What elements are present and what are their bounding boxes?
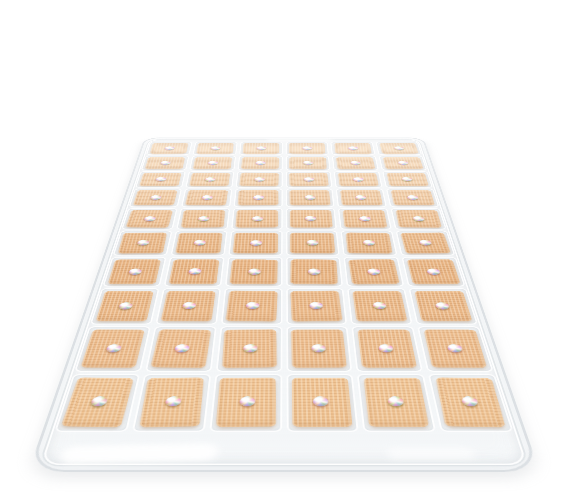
crystal-stud (305, 216, 316, 221)
adhesive-patch (336, 157, 376, 169)
adhesive-patch (292, 378, 353, 427)
ear-seed-cell (333, 156, 377, 169)
ear-seed-cell (177, 209, 228, 229)
adhesive-patch (235, 210, 278, 228)
crystal-stud (302, 146, 312, 150)
adhesive-patch (81, 329, 146, 367)
crystal-stud (208, 161, 219, 165)
adhesive-patch (145, 157, 185, 169)
adhesive-patch (406, 259, 460, 284)
adhesive-patch (241, 157, 279, 169)
crystal-stud (150, 195, 162, 200)
adhesive-patch (238, 190, 279, 206)
ear-seed-cell (238, 156, 281, 169)
adhesive-patch (290, 233, 335, 254)
ear-seed-cell (230, 231, 281, 255)
adhesive-patch (423, 329, 486, 367)
crystal-stud (359, 216, 371, 221)
adhesive-patch (239, 172, 279, 186)
adhesive-patch (379, 143, 418, 154)
adhesive-patch (289, 143, 325, 154)
adhesive-patch (196, 143, 233, 154)
crystal-stud (255, 161, 265, 165)
adhesive-patch (151, 329, 212, 368)
crystal-stud (254, 177, 265, 181)
seed-grid (57, 142, 512, 430)
ear-seed-cell (287, 258, 342, 286)
crystal-stud (406, 195, 418, 200)
ear-seed-cell (335, 172, 381, 187)
adhesive-patch (363, 378, 428, 428)
adhesive-patch (289, 157, 327, 169)
crystal-stud (201, 195, 213, 200)
adhesive-patch (175, 233, 222, 254)
ear-seed-cell (157, 289, 219, 324)
crystal-stud (308, 268, 320, 274)
crystal-stud (165, 397, 182, 407)
crystal-stud (250, 240, 262, 246)
adhesive-patch (169, 259, 220, 284)
ear-seed-cell (142, 156, 188, 169)
crystal-stud (460, 397, 478, 407)
ear-seed-cell (147, 142, 191, 154)
adhesive-patch (340, 190, 383, 205)
ear-seed-cell (76, 327, 149, 370)
adhesive-patch (181, 210, 225, 228)
crystal-stud (309, 302, 323, 309)
ear-seed-cell (337, 189, 386, 206)
ear-seed-cell (211, 375, 280, 431)
adhesive-patch (382, 157, 423, 169)
crystal-stud (144, 216, 157, 221)
adhesive-patch (126, 210, 174, 228)
adhesive-patch (139, 173, 181, 186)
ear-seed-cell (287, 189, 334, 206)
crystal-stud (243, 344, 257, 352)
crystal-stud (182, 302, 196, 309)
crystal-stud (362, 240, 374, 246)
adhesive-patch (289, 172, 329, 186)
crystal-stud (366, 268, 380, 274)
ear-seed-cell (232, 209, 281, 229)
adhesive-patch (222, 329, 277, 368)
crystal-stud (412, 216, 424, 221)
ear-seed-cell (136, 172, 184, 187)
crystal-stud (350, 161, 361, 165)
adhesive-patch (229, 259, 277, 284)
adhesive-patch (118, 232, 167, 253)
adhesive-patch (414, 291, 472, 321)
ear-seed-cell (410, 289, 476, 324)
ear-seed-cell (397, 231, 454, 255)
adhesive-patch (193, 157, 232, 169)
adhesive-patch (290, 291, 342, 322)
crystal-stud (253, 195, 264, 200)
ear-seed-cell (332, 142, 375, 154)
ear-seed-cell (287, 209, 336, 229)
crystal-stud (418, 240, 431, 246)
ear-seed-cell (235, 189, 282, 206)
ear-seed-cell (383, 172, 431, 187)
product-photo (0, 0, 568, 494)
crystal-stud (355, 195, 366, 200)
ear-seed-cell (123, 209, 176, 229)
adhesive-patch (185, 190, 228, 206)
crystal-stud (303, 161, 313, 165)
crystal-stud (313, 397, 329, 407)
ear-seed-cell (187, 172, 233, 187)
ear-seed-cell (190, 156, 234, 169)
crystal-stud (137, 240, 150, 246)
adhesive-patch (400, 232, 451, 253)
crystal-stud (348, 146, 358, 150)
ear-seed-cell (237, 172, 282, 187)
adhesive-patch (395, 210, 441, 228)
tray (28, 138, 540, 472)
crystal-stud (306, 240, 318, 246)
crystal-stud (245, 302, 259, 309)
crystal-stud (378, 344, 394, 352)
ear-seed-cell (287, 156, 330, 169)
ear-seed-cell (114, 231, 171, 255)
adhesive-patch (348, 259, 400, 284)
crystal-stud (303, 177, 314, 181)
ear-seed-cell (359, 375, 434, 431)
ear-seed-cell (147, 327, 215, 370)
crystal-stud (193, 240, 206, 246)
ear-seed-cell (287, 172, 332, 187)
adhesive-patch (343, 210, 388, 228)
adhesive-patch (352, 291, 407, 322)
ear-seed-cell (165, 258, 223, 286)
adhesive-patch (391, 190, 435, 205)
ear-seed-cell (345, 258, 403, 286)
crystal-stud (352, 177, 363, 181)
ear-seed-cell (288, 375, 357, 431)
ear-seed-cell (287, 289, 345, 324)
ear-seed-cell (172, 231, 226, 255)
crystal-stud (426, 268, 440, 274)
adhesive-patch (133, 190, 178, 205)
ear-seed-cell (403, 258, 464, 286)
adhesive-patch (290, 259, 338, 284)
ear-seed-cell (339, 209, 390, 229)
ear-seed-cell (222, 289, 280, 324)
crystal-stud (174, 344, 190, 352)
crystal-stud (128, 268, 142, 274)
adhesive-patch (338, 173, 379, 187)
crystal-stud (160, 161, 171, 165)
crystal-stud (304, 195, 315, 200)
crystal-stud (118, 302, 133, 309)
crystal-stud (446, 344, 462, 352)
adhesive-patch (291, 329, 347, 367)
crystal-stud (198, 216, 210, 221)
crystal-stud (248, 268, 261, 274)
crystal-stud (106, 344, 123, 352)
ear-seed-cell (380, 156, 426, 169)
adhesive-patch (96, 291, 154, 321)
adhesive-patch (139, 378, 204, 428)
crystal-stud (205, 177, 216, 181)
crystal-stud (372, 302, 386, 309)
adhesive-patch (61, 378, 134, 428)
ear-seed-cell (392, 209, 445, 229)
ear-seed-cell (217, 327, 280, 370)
adhesive-patch (386, 173, 428, 186)
adhesive-patch (289, 190, 330, 205)
adhesive-patch (108, 259, 161, 284)
crystal-stud (155, 177, 166, 181)
ear-seed-cell (342, 231, 396, 255)
adhesive-patch (435, 378, 505, 428)
crystal-stud (210, 146, 220, 150)
adhesive-patch (334, 143, 371, 154)
adhesive-patch (290, 210, 333, 228)
ear-seed-cell (353, 327, 421, 370)
adhesive-patch (225, 291, 277, 322)
crystal-stud (256, 146, 266, 150)
crystal-stud (188, 268, 201, 274)
adhesive-patch (243, 143, 279, 154)
crystal-stud (397, 161, 408, 165)
crystal-stud (435, 302, 450, 309)
crystal-stud (252, 216, 263, 221)
crystal-stud (387, 397, 404, 407)
adhesive-patch (346, 232, 393, 253)
ear-seed-cell (182, 189, 231, 206)
adhesive-patch (233, 233, 278, 254)
ear-seed-cell (349, 289, 411, 324)
crystal-stud (90, 397, 108, 407)
crystal-stud (239, 397, 255, 407)
adhesive-patch (189, 173, 230, 187)
ear-seed-cell (226, 258, 281, 286)
ear-seed-cell (377, 142, 421, 154)
ear-seed-cell (287, 231, 338, 255)
ear-seed-cell (92, 289, 158, 324)
ear-seed-cell (194, 142, 237, 154)
adhesive-patch (161, 291, 216, 322)
adhesive-patch (150, 143, 188, 154)
crystal-stud (393, 146, 404, 150)
ear-seed-cell (240, 142, 281, 154)
crystal-stud (401, 177, 412, 181)
ear-seed-cell (134, 375, 209, 431)
crystal-stud (311, 344, 326, 352)
ear-seed-cell (288, 327, 351, 370)
adhesive-patch (357, 330, 417, 368)
crystal-stud (164, 146, 174, 150)
ear-seed-cell (387, 189, 437, 206)
ear-seed-cell (104, 258, 165, 286)
ear-seed-cell (130, 189, 180, 206)
adhesive-patch (216, 378, 276, 428)
ear-seed-cell (286, 142, 327, 154)
